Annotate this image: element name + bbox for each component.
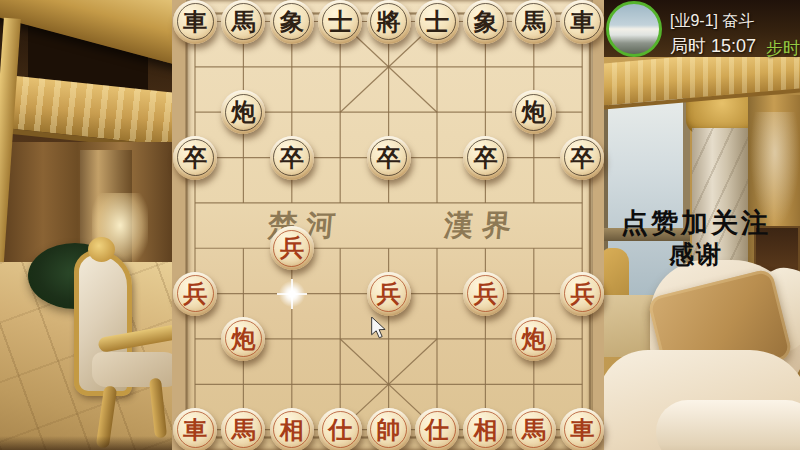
last-move-origin-marker (279, 281, 305, 307)
piece-將-black[interactable]: 將 (367, 0, 411, 44)
piece-glyph: 馬 (522, 418, 546, 442)
step-time-label: 步时 (766, 37, 800, 60)
piece-仕-red[interactable]: 仕 (318, 408, 362, 450)
left-room-background (0, 0, 172, 450)
piece-glyph: 帥 (377, 418, 401, 442)
piece-兵-red[interactable]: 兵 (367, 272, 411, 316)
piece-glyph: 卒 (473, 146, 497, 170)
piece-兵-red[interactable]: 兵 (463, 272, 507, 316)
piece-glyph: 卒 (570, 146, 594, 170)
piece-車-red[interactable]: 車 (560, 408, 604, 450)
piece-炮-red[interactable]: 炮 (221, 317, 265, 361)
piece-士-black[interactable]: 士 (415, 0, 459, 44)
piece-glyph: 將 (377, 10, 401, 34)
piece-象-black[interactable]: 象 (463, 0, 507, 44)
piece-glyph: 兵 (280, 236, 304, 260)
piece-馬-black[interactable]: 馬 (512, 0, 556, 44)
piece-象-black[interactable]: 象 (270, 0, 314, 44)
piece-相-red[interactable]: 相 (270, 408, 314, 450)
xiangqi-board[interactable] (172, 0, 604, 450)
piece-仕-red[interactable]: 仕 (415, 408, 459, 450)
right-room-background: 点赞加关注 感谢 (604, 0, 800, 450)
piece-glyph: 兵 (570, 282, 594, 306)
piece-馬-black[interactable]: 馬 (221, 0, 265, 44)
piece-卒-black[interactable]: 卒 (560, 136, 604, 180)
player-name: [业9-1] 奋斗 (670, 11, 754, 32)
piece-glyph: 兵 (377, 282, 401, 306)
piece-馬-red[interactable]: 馬 (512, 408, 556, 450)
river-label-han-jie: 漢界 (432, 203, 532, 247)
piece-glyph: 相 (473, 418, 497, 442)
piece-glyph: 馬 (231, 10, 255, 34)
piece-glyph: 炮 (522, 100, 546, 124)
piece-glyph: 卒 (280, 146, 304, 170)
piece-glyph: 相 (280, 418, 304, 442)
piece-glyph: 象 (473, 10, 497, 34)
piece-glyph: 仕 (328, 418, 352, 442)
game-time: 局时 15:07 (670, 34, 756, 58)
piece-glyph: 車 (570, 418, 594, 442)
piece-卒-black[interactable]: 卒 (270, 136, 314, 180)
piece-帥-red[interactable]: 帥 (367, 408, 411, 450)
piece-glyph: 炮 (231, 327, 255, 351)
piece-馬-red[interactable]: 馬 (221, 408, 265, 450)
piece-glyph: 炮 (231, 100, 255, 124)
player-avatar[interactable] (606, 1, 662, 57)
piece-glyph: 兵 (183, 282, 207, 306)
floor-shadow (0, 436, 172, 450)
piece-glyph: 馬 (231, 418, 255, 442)
piece-glyph: 車 (183, 418, 207, 442)
piece-卒-black[interactable]: 卒 (367, 136, 411, 180)
piece-glyph: 卒 (377, 146, 401, 170)
couch-arm-roll (656, 400, 800, 450)
piece-glyph: 士 (328, 10, 352, 34)
piece-glyph: 車 (183, 10, 207, 34)
piece-glyph: 士 (425, 10, 449, 34)
piece-glyph: 兵 (473, 282, 497, 306)
piece-車-red[interactable]: 車 (173, 408, 217, 450)
piece-卒-black[interactable]: 卒 (463, 136, 507, 180)
piece-兵-red[interactable]: 兵 (173, 272, 217, 316)
piece-glyph: 車 (570, 10, 594, 34)
game-time-label: 局时 (670, 36, 706, 56)
piece-車-black[interactable]: 車 (560, 0, 604, 44)
piece-glyph: 仕 (425, 418, 449, 442)
piece-glyph: 象 (280, 10, 304, 34)
mouse-cursor (371, 317, 387, 339)
piece-兵-red[interactable]: 兵 (560, 272, 604, 316)
piece-兵-red[interactable]: 兵 (270, 226, 314, 270)
piece-glyph: 馬 (522, 10, 546, 34)
piece-炮-black[interactable]: 炮 (221, 90, 265, 134)
piece-相-red[interactable]: 相 (463, 408, 507, 450)
piece-士-black[interactable]: 士 (318, 0, 362, 44)
gold-chair-finial (88, 237, 115, 262)
piece-炮-black[interactable]: 炮 (512, 90, 556, 134)
caption-thanks: 感谢 (606, 238, 786, 271)
piece-glyph: 卒 (183, 146, 207, 170)
caption-like-follow: 点赞加关注 (606, 205, 786, 241)
piece-卒-black[interactable]: 卒 (173, 136, 217, 180)
piece-glyph: 炮 (522, 327, 546, 351)
piece-車-black[interactable]: 車 (173, 0, 217, 44)
game-time-value: 15:07 (711, 36, 756, 56)
piece-炮-red[interactable]: 炮 (512, 317, 556, 361)
stream-frame: 楚河 漢界 点赞加关注 感谢 [业9-1] 奋斗 局时 15:07 步时 車馬象… (0, 0, 800, 450)
